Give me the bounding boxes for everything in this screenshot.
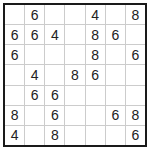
cell-r4c6[interactable] — [106, 65, 125, 84]
cell-r4c7[interactable] — [126, 65, 145, 84]
cell-r5c5[interactable] — [86, 86, 105, 105]
cell-r5c3[interactable]: 6 — [45, 86, 64, 105]
cell-r4c1[interactable] — [5, 65, 24, 84]
cell-r3c6[interactable] — [106, 45, 125, 64]
cell-r1c4[interactable] — [65, 5, 84, 24]
cell-r7c5[interactable] — [86, 126, 105, 145]
cell-r5c4[interactable] — [65, 86, 84, 105]
cell-r1c5[interactable]: 4 — [86, 5, 105, 24]
cell-r6c1[interactable]: 8 — [5, 106, 24, 125]
cell-r2c3[interactable]: 4 — [45, 25, 64, 44]
cell-r1c6[interactable] — [106, 5, 125, 24]
cell-r4c5[interactable]: 6 — [86, 65, 105, 84]
cell-r5c1[interactable] — [5, 86, 24, 105]
cell-r6c5[interactable] — [86, 106, 105, 125]
cell-r5c7[interactable] — [126, 86, 145, 105]
cell-r3c7[interactable]: 6 — [126, 45, 145, 64]
cell-r2c5[interactable]: 8 — [86, 25, 105, 44]
cell-r5c2[interactable]: 6 — [25, 86, 44, 105]
cell-r3c2[interactable] — [25, 45, 44, 64]
cell-r7c6[interactable] — [106, 126, 125, 145]
cell-r6c6[interactable]: 6 — [106, 106, 125, 125]
cell-r2c4[interactable] — [65, 25, 84, 44]
cell-r6c7[interactable]: 8 — [126, 106, 145, 125]
cell-r4c2[interactable]: 4 — [25, 65, 44, 84]
cell-r2c6[interactable]: 6 — [106, 25, 125, 44]
cell-r1c7[interactable]: 8 — [126, 5, 145, 24]
cell-r2c2[interactable]: 6 — [25, 25, 44, 44]
cell-r1c1[interactable] — [5, 5, 24, 24]
cell-r7c1[interactable]: 4 — [5, 126, 24, 145]
cell-r7c7[interactable]: 6 — [126, 126, 145, 145]
cell-r2c1[interactable]: 6 — [5, 25, 24, 44]
cell-r4c3[interactable] — [45, 65, 64, 84]
cell-r3c4[interactable] — [65, 45, 84, 64]
sudoku-board: 64866486686486668668486 — [3, 3, 147, 147]
cell-r4c4[interactable]: 8 — [65, 65, 84, 84]
cell-r7c4[interactable] — [65, 126, 84, 145]
cell-r6c2[interactable] — [25, 106, 44, 125]
cell-r1c3[interactable] — [45, 5, 64, 24]
cell-r6c3[interactable]: 6 — [45, 106, 64, 125]
cell-r2c7[interactable] — [126, 25, 145, 44]
cell-r3c3[interactable] — [45, 45, 64, 64]
cell-r7c2[interactable] — [25, 126, 44, 145]
cell-r5c6[interactable] — [106, 86, 125, 105]
cell-r7c3[interactable]: 8 — [45, 126, 64, 145]
cell-r3c1[interactable]: 6 — [5, 45, 24, 64]
cell-r6c4[interactable] — [65, 106, 84, 125]
cell-r3c5[interactable]: 8 — [86, 45, 105, 64]
cell-r1c2[interactable]: 6 — [25, 5, 44, 24]
